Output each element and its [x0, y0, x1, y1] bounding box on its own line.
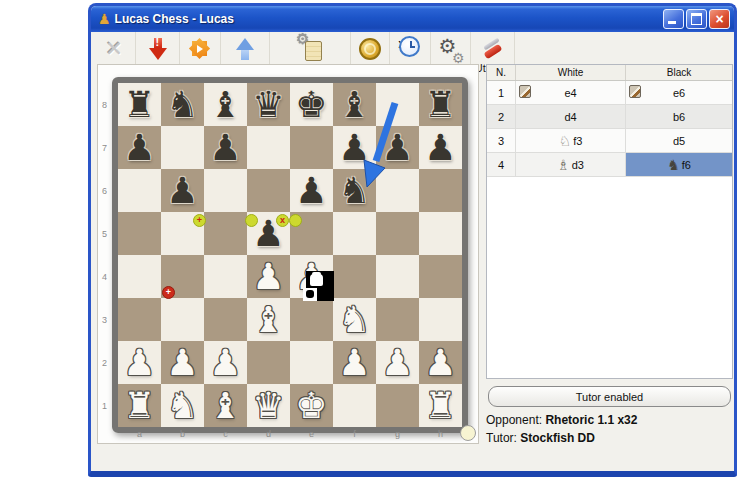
- move-text: d5: [673, 135, 685, 147]
- rank-label-5: 5: [98, 212, 111, 255]
- white-pawn-h2[interactable]: ♟: [419, 341, 462, 384]
- move-row-1: 1e4e6: [487, 81, 732, 105]
- move-row-4: 4♗d3♞f6: [487, 153, 732, 177]
- square-h3[interactable]: [419, 298, 462, 341]
- black-knight-icon: ♞: [667, 157, 680, 173]
- draw-star-icon: [188, 37, 212, 61]
- square-a6[interactable]: [118, 169, 161, 212]
- square-c7[interactable]: ♟: [204, 126, 247, 169]
- square-a5[interactable]: [118, 212, 161, 255]
- maximize-button[interactable]: [686, 9, 707, 29]
- white-pawn-g2[interactable]: ♟: [376, 341, 419, 384]
- square-d6[interactable]: [247, 169, 290, 212]
- desktop: { "game": "chess", "window": { "title": …: [0, 0, 740, 480]
- move-cell-white-1[interactable]: e4: [516, 81, 626, 104]
- reinit-medal-icon: [359, 38, 381, 60]
- move-row-2: 2d4b6: [487, 105, 732, 129]
- move-cell-white-3[interactable]: ♘f3: [516, 129, 626, 152]
- square-c3[interactable]: [204, 298, 247, 341]
- white-pawn-f2[interactable]: ♟: [333, 341, 376, 384]
- tutor-enabled-button[interactable]: Tutor enabled: [488, 386, 731, 407]
- engine-status-light: [460, 425, 476, 441]
- opponent-name: Rhetoric 1.1 x32: [545, 413, 637, 427]
- white-pawn-d4[interactable]: ♟: [247, 255, 290, 298]
- square-c2[interactable]: ♟: [204, 341, 247, 384]
- black-knight-f6[interactable]: ♞: [333, 169, 376, 212]
- square-c4[interactable]: [204, 255, 247, 298]
- moves-table-header: N. White Black: [487, 65, 732, 81]
- black-queen-d8[interactable]: ♛: [247, 83, 290, 126]
- opening-book-icon: [519, 85, 531, 98]
- move-text: e4: [564, 87, 576, 99]
- rank-label-4: 4: [98, 255, 111, 298]
- square-b1[interactable]: ♞: [161, 384, 204, 427]
- square-g8[interactable]: [376, 83, 419, 126]
- file-label-b: b: [161, 429, 204, 441]
- white-knight-f3[interactable]: ♞: [333, 298, 376, 341]
- move-text: b6: [673, 111, 685, 123]
- square-e8[interactable]: ♚: [290, 83, 333, 126]
- move-number-3: 3: [487, 129, 516, 152]
- black-pawn-h7[interactable]: ♟: [419, 126, 462, 169]
- move-cell-black-1[interactable]: e6: [626, 81, 732, 104]
- square-a2[interactable]: ♟: [118, 341, 161, 384]
- square-c5[interactable]: [204, 212, 247, 255]
- square-g3[interactable]: [376, 298, 419, 341]
- rank-label-8: 8: [98, 83, 111, 126]
- move-number-2: 2: [487, 105, 516, 128]
- window-title: Lucas Chess - Lucas: [115, 12, 234, 26]
- square-d8[interactable]: ♛: [247, 83, 290, 126]
- white-knight-icon: ♘: [559, 133, 572, 149]
- help-to-move-icon: ⚙: [297, 36, 323, 62]
- white-pawn-b2[interactable]: ♟: [161, 341, 204, 384]
- white-queen-d1[interactable]: ♛: [247, 384, 290, 427]
- square-d4[interactable]: ♟: [247, 255, 290, 298]
- white-rook-h1[interactable]: ♜: [419, 384, 462, 427]
- right-panel: N. White Black 1e4e62d4b63♘f3d54♗d3♞f6 T…: [484, 64, 734, 444]
- white-bishop-icon: ♗: [557, 157, 570, 173]
- square-d2[interactable]: [247, 341, 290, 384]
- move-text: e6: [673, 87, 685, 99]
- square-f3[interactable]: ♞: [333, 298, 376, 341]
- maximize-icon: [691, 13, 702, 25]
- move-cell-black-3[interactable]: d5: [626, 129, 732, 152]
- move-text: d4: [564, 111, 576, 123]
- tutor-line: Tutor: Stockfish DD: [486, 431, 595, 445]
- square-g2[interactable]: ♟: [376, 341, 419, 384]
- square-h4[interactable]: [419, 255, 462, 298]
- col-header-n: N.: [487, 65, 516, 80]
- move-text: d3: [572, 159, 584, 171]
- white-king-e1[interactable]: ♚: [290, 384, 333, 427]
- black-pawn-b6[interactable]: ♟: [161, 169, 204, 212]
- utilities-knife-icon: [480, 36, 506, 62]
- square-f1[interactable]: [333, 384, 376, 427]
- col-header-white: White: [516, 65, 626, 80]
- square-b8[interactable]: ♞: [161, 83, 204, 126]
- square-e1[interactable]: ♚: [290, 384, 333, 427]
- square-c6[interactable]: [204, 169, 247, 212]
- minimize-icon: [668, 21, 676, 24]
- adjourn-clock-icon: ×: [398, 36, 423, 61]
- file-label-d: d: [247, 429, 290, 441]
- file-label-e: e: [290, 429, 333, 441]
- lucas-chess-window: ♟ Lucas Chess - Lucas × ✕Cancel!ResignDr…: [88, 3, 737, 477]
- rank-label-2: 2: [98, 341, 111, 384]
- move-row-3: 3♘f3d5: [487, 129, 732, 153]
- cancel-x-icon: ✕: [105, 37, 123, 61]
- move-number-1: 1: [487, 81, 516, 104]
- square-b4[interactable]: [161, 255, 204, 298]
- col-header-black: Black: [626, 65, 732, 80]
- board-panel: ♜♞♝♛♚♝♜♟♟♟♟♟♟♟♞♟♟♟♝♞♟♟♟♟♟♟♜♞♝♛♚♜ 8765432…: [97, 64, 479, 444]
- black-pawn-g7[interactable]: ♟: [376, 126, 419, 169]
- black-pawn-a7[interactable]: ♟: [118, 126, 161, 169]
- square-f5[interactable]: [333, 212, 376, 255]
- move-number-4: 4: [487, 153, 516, 176]
- move-cell-white-4[interactable]: ♗d3: [516, 153, 626, 176]
- close-button[interactable]: ×: [709, 9, 730, 29]
- square-a1[interactable]: ♜: [118, 384, 161, 427]
- opponent-line: Opponent: Rhetoric 1.1 x32: [486, 413, 637, 427]
- black-bishop-c8[interactable]: ♝: [204, 83, 247, 126]
- square-f6[interactable]: ♞: [333, 169, 376, 212]
- file-label-c: c: [204, 429, 247, 441]
- black-king-e8[interactable]: ♚: [290, 83, 333, 126]
- config-gears-icon: ⚙⚙: [438, 36, 464, 62]
- move-cell-black-4[interactable]: ♞f6: [626, 153, 732, 176]
- square-h6[interactable]: [419, 169, 462, 212]
- square-f8[interactable]: ♝: [333, 83, 376, 126]
- rank-label-1: 1: [98, 384, 111, 427]
- black-pawn-c7[interactable]: ♟: [204, 126, 247, 169]
- square-b3[interactable]: [161, 298, 204, 341]
- file-label-f: f: [333, 429, 376, 441]
- square-c8[interactable]: ♝: [204, 83, 247, 126]
- square-e7[interactable]: [290, 126, 333, 169]
- black-pawn-e6[interactable]: ♟: [290, 169, 333, 212]
- black-pawn-d5[interactable]: ♟: [247, 212, 290, 255]
- square-b2[interactable]: ♟: [161, 341, 204, 384]
- white-pawn-c2[interactable]: ♟: [204, 341, 247, 384]
- square-b6[interactable]: ♟: [161, 169, 204, 212]
- move-text: f3: [573, 135, 582, 147]
- square-h8[interactable]: ♜: [419, 83, 462, 126]
- chess-board[interactable]: ♜♞♝♛♚♝♜♟♟♟♟♟♟♟♞♟♟♟♝♞♟♟♟♟♟♟♜♞♝♛♚♜: [118, 83, 462, 427]
- square-g6[interactable]: [376, 169, 419, 212]
- square-h1[interactable]: ♜: [419, 384, 462, 427]
- minimize-button[interactable]: [663, 9, 684, 29]
- white-bishop-c1[interactable]: ♝: [204, 384, 247, 427]
- square-h5[interactable]: [419, 212, 462, 255]
- black-pawn-f7[interactable]: ♟: [333, 126, 376, 169]
- square-e2[interactable]: [290, 341, 333, 384]
- square-e6[interactable]: ♟: [290, 169, 333, 212]
- square-d1[interactable]: ♛: [247, 384, 290, 427]
- square-a4[interactable]: [118, 255, 161, 298]
- title-bar[interactable]: ♟ Lucas Chess - Lucas ×: [91, 6, 734, 32]
- square-a7[interactable]: ♟: [118, 126, 161, 169]
- square-b7[interactable]: [161, 126, 204, 169]
- white-pawn-a2[interactable]: ♟: [118, 341, 161, 384]
- rank-label-6: 6: [98, 169, 111, 212]
- white-rook-a1[interactable]: ♜: [118, 384, 161, 427]
- move-cell-black-2[interactable]: b6: [626, 105, 732, 128]
- square-c1[interactable]: ♝: [204, 384, 247, 427]
- square-a8[interactable]: ♜: [118, 83, 161, 126]
- square-d3[interactable]: ♝: [247, 298, 290, 341]
- rank-label-3: 3: [98, 298, 111, 341]
- square-g5[interactable]: [376, 212, 419, 255]
- square-h2[interactable]: ♟: [419, 341, 462, 384]
- moves-table: N. White Black 1e4e62d4b63♘f3d54♗d3♞f6: [486, 64, 733, 379]
- square-g4[interactable]: [376, 255, 419, 298]
- square-b5[interactable]: [161, 212, 204, 255]
- file-label-g: g: [376, 429, 419, 441]
- black-knight-b8[interactable]: ♞: [161, 83, 204, 126]
- square-f7[interactable]: ♟: [333, 126, 376, 169]
- square-f4[interactable]: [333, 255, 376, 298]
- square-g1[interactable]: [376, 384, 419, 427]
- square-e3[interactable]: [290, 298, 333, 341]
- move-cell-white-2[interactable]: d4: [516, 105, 626, 128]
- black-rook-a8[interactable]: ♜: [118, 83, 161, 126]
- square-e5[interactable]: [290, 212, 333, 255]
- white-bishop-d3[interactable]: ♝: [247, 298, 290, 341]
- close-icon: ×: [715, 12, 723, 26]
- app-pawn-icon: ♟: [98, 11, 111, 27]
- file-label-h: h: [419, 429, 462, 441]
- opening-book-icon: [629, 85, 641, 98]
- white-pawn-e4[interactable]: ♟: [290, 255, 333, 298]
- white-knight-b1[interactable]: ♞: [161, 384, 204, 427]
- square-h7[interactable]: ♟: [419, 126, 462, 169]
- square-d5[interactable]: ♟: [247, 212, 290, 255]
- square-g7[interactable]: ♟: [376, 126, 419, 169]
- resign-arrow-icon: !: [146, 36, 170, 62]
- rank-label-7: 7: [98, 126, 111, 169]
- black-rook-h8[interactable]: ♜: [419, 83, 462, 126]
- move-text: f6: [682, 159, 691, 171]
- takeback-arrow-icon: [233, 36, 257, 62]
- square-a3[interactable]: [118, 298, 161, 341]
- black-bishop-f8[interactable]: ♝: [333, 83, 376, 126]
- file-label-a: a: [118, 429, 161, 441]
- tutor-name: Stockfish DD: [520, 431, 595, 445]
- square-f2[interactable]: ♟: [333, 341, 376, 384]
- square-e4[interactable]: ♟: [290, 255, 333, 298]
- square-d7[interactable]: [247, 126, 290, 169]
